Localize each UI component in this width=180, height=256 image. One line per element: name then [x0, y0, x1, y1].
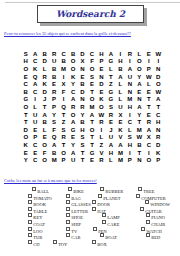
grid-cell: L [40, 65, 49, 73]
grid-cell: R [106, 111, 115, 119]
grid-cell: N [78, 96, 87, 104]
grid-cell: U [125, 73, 134, 81]
grid-cell: H [125, 103, 134, 111]
word-item: KEY [28, 213, 66, 220]
grid-cell: O [40, 141, 49, 149]
grid-cell: Y [135, 73, 144, 81]
grid-cell: P [97, 58, 106, 66]
grid-cell: R [49, 88, 58, 96]
grid-cell: S [21, 50, 30, 58]
grid-cell: R [144, 118, 153, 126]
grid-cell: E [135, 88, 144, 96]
grid-cell: A [68, 118, 77, 126]
grid-cell: C [30, 88, 39, 96]
grid-cell: Y [68, 80, 77, 88]
grid-cell: Q [49, 134, 58, 142]
checkbox-icon [28, 194, 32, 198]
checkbox-icon [28, 207, 32, 211]
grid-cell: P [49, 103, 58, 111]
grid-cell: M [116, 156, 125, 164]
word-item: LETTER [66, 207, 92, 214]
grid-cell: P [30, 134, 39, 142]
grid-cell: I [125, 58, 134, 66]
grid-cell: T [59, 111, 68, 119]
word-item: CHAIR [136, 220, 178, 227]
grid-cell: D [154, 141, 163, 149]
grid-cell: U [30, 111, 39, 119]
grid-cell: G [68, 126, 77, 134]
word-label: BED [151, 235, 160, 240]
grid-cell: R [59, 134, 68, 142]
grid-cell: J [40, 96, 49, 104]
grid-cell: T [87, 141, 96, 149]
checkbox-icon [32, 187, 36, 191]
checkbox-icon [138, 187, 142, 191]
grid-cell: L [116, 88, 125, 96]
word-item: TREE [136, 187, 178, 194]
title-box: Wordsearch 2 [37, 5, 144, 23]
grid-cell: T [144, 103, 153, 111]
word-item: BAG [66, 194, 92, 201]
grid-cell: V [97, 149, 106, 157]
grid-cell: S [106, 103, 115, 111]
checkbox-icon [28, 213, 32, 217]
grid-cell: B [49, 73, 58, 81]
word-item: SHIP [66, 220, 92, 227]
grid-cell: N [125, 88, 134, 96]
grid-cell: B [21, 88, 30, 96]
grid-cell: F [40, 149, 49, 157]
grid-cell: Y [21, 156, 30, 164]
grid-cell: D [40, 58, 49, 66]
grid-cell: O [59, 149, 68, 157]
grid-cell: T [135, 118, 144, 126]
grid-cell: A [135, 80, 144, 88]
grid-cell: H [116, 58, 125, 66]
grid-cell: S [125, 134, 134, 142]
grid-cell: E [97, 88, 106, 96]
grid-cell: M [116, 149, 125, 157]
grid-cell: H [21, 58, 30, 66]
grid-cell: Q [30, 73, 39, 81]
grid-cell: S [78, 141, 87, 149]
grid-cell: W [135, 134, 144, 142]
grid-cell: O [21, 65, 30, 73]
grid-cell: O [68, 111, 77, 119]
grid-cell: D [78, 88, 87, 96]
grid-cell: B [68, 50, 77, 58]
grid-cell: A [30, 50, 39, 58]
grid-cell: C [125, 118, 134, 126]
grid-cell: H [106, 149, 115, 157]
grid-cell: O [40, 156, 49, 164]
page-top-divider [5, 2, 180, 3]
word-item: TABLE [28, 207, 66, 214]
grid-cell: T [87, 88, 96, 96]
checkbox-icon [66, 220, 70, 224]
grid-cell: U [106, 134, 115, 142]
grid-cell: S [87, 73, 96, 81]
word-item: DOOR [92, 200, 136, 207]
grid-cell: C [87, 50, 96, 58]
grid-cell: B [40, 50, 49, 58]
grid-cell: I [144, 58, 153, 66]
grid-cell: Y [68, 141, 77, 149]
grid-cell: M [87, 103, 96, 111]
grid-cell: B [135, 141, 144, 149]
grid-cell: E [87, 156, 96, 164]
grid-cell: M [59, 65, 68, 73]
grid-cell: I [116, 50, 125, 58]
grid-cell: J [106, 126, 115, 134]
grid-cell: C [154, 111, 163, 119]
grid-cell: F [59, 88, 68, 96]
grid-cell: E [97, 65, 106, 73]
grid-cell: G [106, 58, 115, 66]
grid-cell: I [30, 96, 39, 104]
word-item: TV [66, 227, 92, 234]
grid-cell: B [78, 118, 87, 126]
grid-cell: T [78, 149, 87, 157]
grid-cell: O [87, 65, 96, 73]
grid-cell: T [21, 111, 30, 119]
checkbox-icon [28, 220, 32, 224]
grid-cell: A [49, 141, 58, 149]
wordsearch-grid: SABRCBDCHAIRLEWHCDUBOXFPGHIOIIOKLBMONOEL… [21, 50, 163, 164]
grid-cell: A [144, 126, 153, 134]
grid-cell: B [40, 118, 49, 126]
checkbox-icon [146, 220, 150, 224]
word-item: BALL [28, 187, 66, 194]
word-item: GUITAR [136, 207, 178, 214]
grid-cell: U [116, 103, 125, 111]
grid-cell: C [144, 141, 153, 149]
checkbox-icon [100, 187, 104, 191]
grid-cell: L [106, 65, 115, 73]
grid-cell: A [106, 50, 115, 58]
page-title: Wordsearch 2 [56, 9, 125, 19]
grid-cell: A [106, 141, 115, 149]
grid-cell: B [78, 80, 87, 88]
grid-cell: E [144, 111, 153, 119]
checkbox-icon [102, 213, 106, 217]
word-item: TUB [28, 233, 66, 240]
grid-cell: K [154, 149, 163, 157]
grid-cell: R [49, 50, 58, 58]
grid-cell: A [40, 111, 49, 119]
checkbox-icon [66, 207, 70, 211]
grid-cell: E [144, 88, 153, 96]
grid-cell: U [68, 156, 77, 164]
grid-cell: S [78, 134, 87, 142]
grid-cell: W [154, 88, 163, 96]
word-item: SHOE [66, 213, 92, 220]
grid-cell: O [68, 58, 77, 66]
grid-cell: I [154, 58, 163, 66]
grid-cell: I [144, 149, 153, 157]
grid-cell: O [68, 65, 77, 73]
checkbox-icon [28, 227, 32, 231]
grid-cell: E [106, 118, 115, 126]
word-item: BOOK [28, 200, 66, 207]
grid-cell: F [49, 126, 58, 134]
grid-cell: K [68, 73, 77, 81]
checkbox-icon [146, 213, 150, 217]
grid-cell: S [59, 126, 68, 134]
grid-cell: R [125, 50, 134, 58]
grid-cell: T [78, 156, 87, 164]
grid-cell: E [116, 118, 125, 126]
grid-cell: D [40, 88, 49, 96]
checkbox-icon [140, 207, 144, 211]
grid-cell: O [87, 96, 96, 104]
grid-cell: B [116, 65, 125, 73]
grid-cell: Z [106, 80, 115, 88]
grid-cell: C [59, 50, 68, 58]
word-item: WINDOW [136, 200, 178, 207]
grid-cell: N [135, 96, 144, 104]
checkbox-icon [93, 227, 97, 231]
grid-cell: C [68, 88, 77, 96]
grid-cell: Z [97, 141, 106, 149]
word-item: CAKE [92, 220, 136, 227]
grid-cell: Y [78, 111, 87, 119]
grid-cell: I [125, 111, 134, 119]
word-label: BOX [97, 241, 107, 246]
grid-cell: T [87, 118, 96, 126]
grid-cell: I [97, 126, 106, 134]
grid-cell: R [40, 73, 49, 81]
grid-cell: N [154, 65, 163, 73]
grid-cell: O [21, 134, 30, 142]
grid-cell: N [97, 73, 106, 81]
grid-cell: O [154, 80, 163, 88]
grid-cell: A [68, 96, 77, 104]
grid-cell: X [59, 80, 68, 88]
checkbox-icon [141, 227, 145, 231]
word-item: CAR [66, 233, 92, 240]
grid-cell: E [30, 126, 39, 134]
grid-cell: U [30, 118, 39, 126]
grid-cell: E [21, 73, 30, 81]
grid-cell: G [87, 149, 96, 157]
grid-cell: O [21, 103, 30, 111]
checkbox-icon [92, 200, 96, 204]
grid-cell: G [106, 88, 115, 96]
grid-cell: L [135, 50, 144, 58]
grid-cell: O [135, 65, 144, 73]
grid-cell: M [135, 126, 144, 134]
grid-cell: W [144, 73, 153, 81]
grid-cell: Z [59, 118, 68, 126]
grid-cell: Y [49, 111, 58, 119]
grid-cell: O [87, 126, 96, 134]
word-item: HAT [92, 207, 136, 214]
grid-cell: T [144, 96, 153, 104]
grid-cell: N [125, 80, 134, 88]
grid-cell: B [59, 58, 68, 66]
grid-cell: R [97, 156, 106, 164]
grid-cell: L [106, 156, 115, 164]
checkbox-icon [66, 213, 70, 217]
word-item: PLANET [92, 194, 136, 201]
grid-cell: T [59, 141, 68, 149]
word-item: LAMP [92, 213, 136, 220]
checkbox-icon [28, 200, 32, 204]
grid-cell: T [87, 134, 96, 142]
grid-cell: C [30, 156, 39, 164]
grid-cell: E [40, 134, 49, 142]
grid-cell: C [21, 80, 30, 88]
grid-cell: E [21, 149, 30, 157]
grid-cell: L [30, 103, 39, 111]
grid-cell: R [68, 103, 77, 111]
checkbox-icon [28, 233, 32, 237]
grid-cell: K [21, 141, 30, 149]
grid-cell: I [59, 96, 68, 104]
word-item: LOO [28, 227, 66, 234]
grid-cell: I [125, 149, 134, 157]
word-item: RUBBER [92, 187, 136, 194]
checkbox-icon [146, 233, 150, 237]
grid-cell: P [154, 156, 163, 164]
grid-cell: X [78, 58, 87, 66]
grid-cell: G [106, 96, 115, 104]
grid-cell: B [49, 65, 58, 73]
checkbox-icon [92, 240, 96, 244]
grid-cell: F [87, 58, 96, 66]
grid-cell: A [68, 149, 77, 157]
grid-cell: E [87, 80, 96, 88]
checkbox-icon [66, 227, 70, 231]
grid-cell: R [97, 118, 106, 126]
grid-cell: M [49, 156, 58, 164]
grid-cell: C [30, 141, 39, 149]
grid-cell: A [154, 96, 163, 104]
grid-cell: Y [135, 111, 144, 119]
grid-cell: E [68, 134, 77, 142]
grid-cell: L [116, 96, 125, 104]
grid-cell: E [49, 80, 58, 88]
grid-cell: K [30, 65, 39, 73]
checkbox-icon [53, 240, 57, 244]
checkbox-icon [102, 220, 106, 224]
word-item: BOAT [92, 233, 136, 240]
grid-cell: D [154, 73, 163, 81]
grid-cell: D [21, 126, 30, 134]
grid-cell: H [125, 141, 134, 149]
grid-cell: G [21, 96, 30, 104]
word-item: PIANO [136, 213, 178, 220]
word-item: TOMATO [28, 194, 66, 201]
word-item: BIKE [66, 187, 92, 194]
word-item: BED [136, 233, 178, 240]
word-item: WATCH [136, 227, 178, 234]
grid-cell: R [78, 103, 87, 111]
grid-cell: T [135, 149, 144, 157]
grid-cell: O [97, 103, 106, 111]
checkbox-icon [98, 194, 102, 198]
grid-cell: X [144, 134, 153, 142]
grid-cell: V [116, 134, 125, 142]
grid-cell: A [125, 65, 134, 73]
grid-cell: A [116, 73, 125, 81]
grid-cell: N [78, 65, 87, 73]
checkbox-icon [66, 194, 70, 198]
checkbox-icon [68, 187, 72, 191]
word-item: COMPUTER [136, 194, 178, 201]
grid-cell: K [40, 80, 49, 88]
word-item: COAT [28, 220, 66, 227]
word-item: GLASSES [66, 200, 92, 207]
grid-cell: A [135, 103, 144, 111]
grid-cell: P [144, 65, 153, 73]
grid-cell: L [125, 126, 134, 134]
grid-cell: H [78, 126, 87, 134]
grid-cell: B [49, 149, 58, 157]
grid-cell: O [144, 156, 153, 164]
grid-cell: D [97, 80, 106, 88]
grid-cell: N [135, 156, 144, 164]
grid-cell: T [40, 103, 49, 111]
grid-cell: A [30, 80, 39, 88]
grid-cell: S [49, 118, 58, 126]
grid-cell: M [125, 96, 134, 104]
grid-cell: E [30, 149, 39, 157]
grid-cell: T [106, 73, 115, 81]
grid-cell: I [59, 73, 68, 81]
grid-cell: L [97, 134, 106, 142]
grid-cell: A [116, 141, 125, 149]
grid-cell: X [116, 111, 125, 119]
grid-cell: P [59, 156, 68, 164]
grid-cell: L [144, 80, 153, 88]
grid-cell: E [144, 50, 153, 58]
grid-cell: T [21, 118, 30, 126]
word-item: PEN [92, 227, 136, 234]
checkbox-icon [28, 240, 32, 244]
grid-cell: T [154, 103, 163, 111]
grid-cell: W [154, 50, 163, 58]
grid-cell: K [97, 96, 106, 104]
checkbox-icon [66, 200, 70, 204]
grid-cell: Q [59, 103, 68, 111]
word-item: BOX [92, 240, 136, 247]
checkbox-icon [100, 233, 104, 237]
grid-cell: K [116, 126, 125, 134]
checkbox-icon [145, 200, 149, 204]
grid-cell: W [97, 111, 106, 119]
grid-cell: H [154, 118, 163, 126]
grid-cell: E [78, 73, 87, 81]
word-list: BALLBIKERUBBERTREETOMATOBAGPLANETCOMPUTE… [28, 187, 178, 246]
grid-cell: R [154, 134, 163, 142]
grid-cell: O [135, 58, 144, 66]
checkbox-icon [92, 207, 96, 211]
grid-cell: P [125, 156, 134, 164]
grid-cell: U [49, 58, 58, 66]
grid-cell: A [87, 111, 96, 119]
grid-cell: L [40, 126, 49, 134]
instruction-check: Coche les mots au fur et à mesure que tu… [4, 178, 97, 183]
grid-cell: N [154, 126, 163, 134]
grid-cell: P [49, 96, 58, 104]
grid-cell: C [30, 58, 39, 66]
grid-cell: H [97, 50, 106, 58]
word-label: TOY [58, 241, 67, 246]
checkbox-icon [136, 194, 140, 198]
word-label: CD [33, 241, 39, 246]
